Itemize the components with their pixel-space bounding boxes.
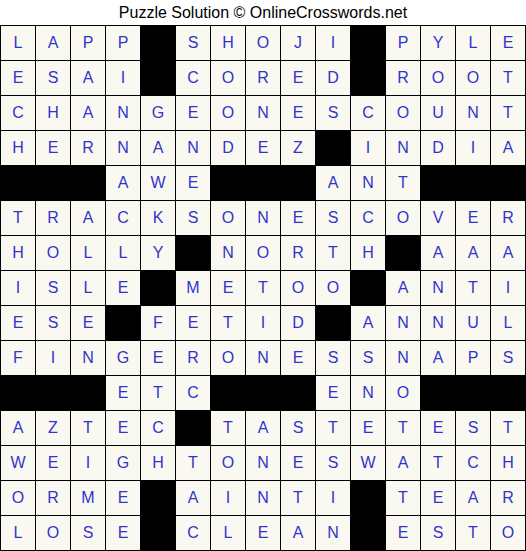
black-cell [316, 306, 350, 340]
letter-cell: S [281, 411, 315, 445]
letter-cell: T [386, 166, 420, 200]
letter-cell: S [456, 411, 490, 445]
black-cell [351, 271, 385, 305]
letter-cell: I [71, 446, 105, 480]
letter-cell: W [141, 166, 175, 200]
letter-cell: E [176, 306, 210, 340]
letter-cell: C [176, 376, 210, 410]
letter-cell: D [316, 61, 350, 95]
letter-cell: A [386, 271, 420, 305]
letter-cell: A [141, 131, 175, 165]
letter-cell: K [141, 201, 175, 235]
letter-cell: I [106, 61, 140, 95]
letter-cell: N [316, 516, 350, 550]
letter-cell: A [246, 411, 280, 445]
letter-cell: L [1, 516, 35, 550]
letter-cell: O [386, 376, 420, 410]
black-cell [246, 376, 280, 410]
letter-cell: L [1, 26, 35, 60]
letter-cell: D [281, 306, 315, 340]
letter-cell: N [106, 96, 140, 130]
letter-cell: S [71, 516, 105, 550]
letter-cell: I [1, 271, 35, 305]
letter-cell: E [176, 166, 210, 200]
letter-cell: H [1, 236, 35, 270]
letter-cell: I [211, 481, 245, 515]
black-cell [141, 61, 175, 95]
letter-cell: N [351, 376, 385, 410]
letter-cell: W [351, 446, 385, 480]
letter-cell: H [211, 26, 245, 60]
letter-cell: O [456, 61, 490, 95]
letter-cell: A [71, 201, 105, 235]
letter-cell: R [176, 341, 210, 375]
letter-cell: N [246, 96, 280, 130]
black-cell [246, 166, 280, 200]
letter-cell: O [36, 236, 70, 270]
letter-cell: C [141, 411, 175, 445]
letter-cell: E [1, 306, 35, 340]
black-cell [456, 376, 490, 410]
letter-cell: E [246, 516, 280, 550]
letter-cell: A [281, 516, 315, 550]
black-cell [421, 376, 455, 410]
letter-cell: E [281, 341, 315, 375]
letter-cell: S [316, 446, 350, 480]
letter-cell: R [491, 201, 525, 235]
letter-cell: L [456, 26, 490, 60]
letter-cell: E [211, 271, 245, 305]
letter-cell: L [71, 236, 105, 270]
letter-cell: R [281, 236, 315, 270]
letter-cell: T [456, 271, 490, 305]
letter-cell: N [351, 166, 385, 200]
letter-cell: U [421, 96, 455, 130]
letter-cell: T [176, 446, 210, 480]
letter-cell: A [1, 411, 35, 445]
letter-cell: H [491, 446, 525, 480]
letter-cell: N [386, 131, 420, 165]
letter-cell: H [351, 236, 385, 270]
letter-cell: O [211, 201, 245, 235]
letter-cell: A [106, 166, 140, 200]
letter-cell: Z [281, 131, 315, 165]
letter-cell: O [211, 61, 245, 95]
letter-cell: N [211, 236, 245, 270]
letter-cell: N [106, 131, 140, 165]
letter-cell: P [106, 26, 140, 60]
letter-cell: L [106, 236, 140, 270]
letter-cell: G [141, 96, 175, 130]
letter-cell: N [71, 341, 105, 375]
letter-cell: E [281, 201, 315, 235]
letter-cell: I [351, 131, 385, 165]
letter-cell: E [351, 411, 385, 445]
black-cell [71, 376, 105, 410]
letter-cell: E [106, 376, 140, 410]
letter-cell: N [386, 306, 420, 340]
letter-cell: E [316, 376, 350, 410]
black-cell [491, 376, 525, 410]
page: Puzzle Solution © OnlineCrosswords.net L… [0, 0, 526, 551]
letter-cell: C [351, 96, 385, 130]
letter-cell: O [421, 61, 455, 95]
letter-cell: I [36, 341, 70, 375]
letter-cell: T [141, 376, 175, 410]
letter-cell: H [141, 446, 175, 480]
letter-cell: R [246, 61, 280, 95]
letter-cell: T [491, 411, 525, 445]
letter-cell: A [316, 166, 350, 200]
letter-cell: R [491, 481, 525, 515]
black-cell [316, 131, 350, 165]
letter-cell: A [71, 61, 105, 95]
letter-cell: N [421, 271, 455, 305]
letter-cell: E [106, 516, 140, 550]
letter-cell: E [36, 446, 70, 480]
letter-cell: O [386, 201, 420, 235]
letter-cell: N [246, 481, 280, 515]
letter-cell: T [456, 516, 490, 550]
letter-cell: T [281, 481, 315, 515]
letter-cell: O [36, 516, 70, 550]
letter-cell: E [106, 481, 140, 515]
black-cell [491, 166, 525, 200]
black-cell [281, 376, 315, 410]
letter-cell: L [71, 271, 105, 305]
black-cell [351, 61, 385, 95]
letter-cell: A [456, 481, 490, 515]
letter-cell: T [246, 271, 280, 305]
black-cell [1, 376, 35, 410]
black-cell [176, 236, 210, 270]
letter-cell: D [211, 131, 245, 165]
letter-cell: E [36, 131, 70, 165]
letter-cell: T [386, 481, 420, 515]
letter-cell: F [141, 306, 175, 340]
letter-cell: O [316, 271, 350, 305]
letter-cell: O [211, 446, 245, 480]
letter-cell: I [456, 131, 490, 165]
letter-cell: E [106, 411, 140, 445]
page-title: Puzzle Solution © OnlineCrosswords.net [0, 0, 526, 25]
letter-cell: O [386, 96, 420, 130]
black-cell [456, 166, 490, 200]
letter-cell: L [491, 306, 525, 340]
letter-cell: S [176, 201, 210, 235]
black-cell [106, 306, 140, 340]
black-cell [351, 516, 385, 550]
letter-cell: S [36, 306, 70, 340]
crossword-grid: LAPPSHOJIPYLEESAICOREDROOTCHANGEONESCOUN… [0, 25, 526, 551]
letter-cell: N [246, 446, 280, 480]
letter-cell: N [456, 96, 490, 130]
letter-cell: E [246, 131, 280, 165]
letter-cell: T [211, 411, 245, 445]
letter-cell: T [421, 446, 455, 480]
letter-cell: R [71, 131, 105, 165]
letter-cell: S [316, 201, 350, 235]
letter-cell: O [246, 236, 280, 270]
letter-cell: H [1, 131, 35, 165]
letter-cell: E [176, 96, 210, 130]
black-cell [211, 376, 245, 410]
letter-cell: C [456, 446, 490, 480]
letter-cell: N [421, 306, 455, 340]
black-cell [36, 166, 70, 200]
letter-cell: S [36, 61, 70, 95]
letter-cell: S [351, 341, 385, 375]
black-cell [36, 376, 70, 410]
letter-cell: T [316, 236, 350, 270]
letter-cell: V [421, 201, 455, 235]
letter-cell: C [106, 201, 140, 235]
letter-cell: N [386, 341, 420, 375]
letter-cell: P [456, 341, 490, 375]
letter-cell: J [281, 26, 315, 60]
letter-cell: I [316, 26, 350, 60]
letter-cell: R [36, 201, 70, 235]
letter-cell: N [246, 341, 280, 375]
letter-cell: E [421, 481, 455, 515]
letter-cell: O [281, 271, 315, 305]
letter-cell: I [491, 271, 525, 305]
letter-cell: Z [36, 411, 70, 445]
letter-cell: U [456, 306, 490, 340]
letter-cell: M [71, 481, 105, 515]
letter-cell: O [1, 481, 35, 515]
letter-cell: F [1, 341, 35, 375]
letter-cell: A [421, 341, 455, 375]
letter-cell: Y [141, 236, 175, 270]
letter-cell: P [386, 26, 420, 60]
letter-cell: I [316, 481, 350, 515]
letter-cell: P [71, 26, 105, 60]
black-cell [281, 166, 315, 200]
letter-cell: E [141, 341, 175, 375]
letter-cell: C [176, 61, 210, 95]
letter-cell: S [316, 341, 350, 375]
letter-cell: E [491, 26, 525, 60]
letter-cell: G [106, 341, 140, 375]
letter-cell: D [421, 131, 455, 165]
letter-cell: N [246, 201, 280, 235]
black-cell [71, 166, 105, 200]
letter-cell: H [36, 96, 70, 130]
letter-cell: I [246, 306, 280, 340]
letter-cell: O [211, 341, 245, 375]
letter-cell: G [106, 446, 140, 480]
black-cell [421, 166, 455, 200]
letter-cell: O [246, 26, 280, 60]
letter-cell: A [351, 306, 385, 340]
letter-cell: T [316, 411, 350, 445]
black-cell [351, 481, 385, 515]
letter-cell: E [281, 96, 315, 130]
black-cell [176, 411, 210, 445]
letter-cell: S [316, 96, 350, 130]
letter-cell: M [176, 271, 210, 305]
letter-cell: E [281, 61, 315, 95]
letter-cell: R [36, 481, 70, 515]
black-cell [211, 166, 245, 200]
letter-cell: A [491, 131, 525, 165]
letter-cell: E [71, 306, 105, 340]
letter-cell: T [211, 306, 245, 340]
black-cell [141, 516, 175, 550]
letter-cell: O [211, 96, 245, 130]
letter-cell: Y [421, 26, 455, 60]
black-cell [1, 166, 35, 200]
letter-cell: E [386, 516, 420, 550]
letter-cell: E [1, 61, 35, 95]
black-cell [141, 481, 175, 515]
black-cell [386, 236, 420, 270]
letter-cell: R [386, 61, 420, 95]
letter-cell: S [421, 516, 455, 550]
letter-cell: A [71, 96, 105, 130]
black-cell [351, 26, 385, 60]
letter-cell: A [176, 481, 210, 515]
letter-cell: E [421, 411, 455, 445]
letter-cell: T [491, 96, 525, 130]
letter-cell: E [281, 446, 315, 480]
letter-cell: O [491, 516, 525, 550]
letter-cell: A [456, 236, 490, 270]
letter-cell: W [1, 446, 35, 480]
letter-cell: A [36, 26, 70, 60]
letter-cell: N [176, 131, 210, 165]
black-cell [141, 26, 175, 60]
letter-cell: T [386, 411, 420, 445]
letter-cell: S [491, 341, 525, 375]
letter-cell: S [176, 26, 210, 60]
letter-cell: T [71, 411, 105, 445]
letter-cell: A [491, 236, 525, 270]
letter-cell: T [491, 61, 525, 95]
letter-cell: C [176, 516, 210, 550]
letter-cell: S [36, 271, 70, 305]
letter-cell: T [1, 201, 35, 235]
letter-cell: A [386, 446, 420, 480]
letter-cell: E [106, 271, 140, 305]
black-cell [141, 271, 175, 305]
letter-cell: L [211, 516, 245, 550]
letter-cell: E [456, 201, 490, 235]
letter-cell: A [421, 236, 455, 270]
letter-cell: C [351, 201, 385, 235]
letter-cell: C [1, 96, 35, 130]
